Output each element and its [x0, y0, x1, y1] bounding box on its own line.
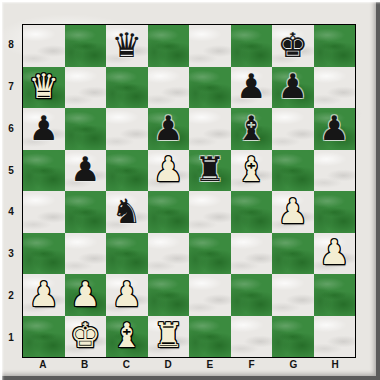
square-f3[interactable] [231, 233, 273, 275]
rank-label-1: 1 [0, 316, 22, 358]
rank-labels: 87654321 [0, 24, 22, 358]
white-rook-d1: ♜ [153, 318, 183, 352]
square-b1[interactable]: ♚ [65, 316, 107, 358]
white-pawn-g4: ♟ [278, 194, 308, 228]
rank-label-8: 8 [0, 24, 22, 66]
square-b5[interactable]: ♟ [65, 150, 107, 192]
square-e7[interactable] [189, 67, 231, 109]
square-h3[interactable]: ♟ [314, 233, 356, 275]
square-g1[interactable] [272, 316, 314, 358]
square-f7[interactable]: ♟ [231, 67, 273, 109]
square-g6[interactable] [272, 108, 314, 150]
black-knight-c4: ♞ [112, 194, 142, 228]
square-g5[interactable] [272, 150, 314, 192]
rank-label-3: 3 [0, 233, 22, 275]
square-h6[interactable]: ♟ [314, 108, 356, 150]
rank-label-4: 4 [0, 191, 22, 233]
chessboard: ♛♚♛♟♟♟♟♝♟♟♟♜♝♞♟♟♟♟♟♚♝♜ [22, 24, 356, 358]
square-e5[interactable]: ♜ [189, 150, 231, 192]
file-label-a: A [22, 357, 64, 372]
square-b2[interactable]: ♟ [65, 274, 107, 316]
black-pawn-g7: ♟ [278, 69, 308, 103]
white-pawn-d5: ♟ [153, 152, 183, 186]
square-a6[interactable]: ♟ [23, 108, 65, 150]
square-c1[interactable]: ♝ [106, 316, 148, 358]
square-h7[interactable] [314, 67, 356, 109]
white-bishop-c1: ♝ [112, 318, 142, 352]
square-e8[interactable] [189, 25, 231, 67]
square-h8[interactable] [314, 25, 356, 67]
square-b3[interactable] [65, 233, 107, 275]
square-b4[interactable] [65, 191, 107, 233]
square-g8[interactable]: ♚ [272, 25, 314, 67]
white-pawn-a2: ♟ [29, 277, 59, 311]
square-a2[interactable]: ♟ [23, 274, 65, 316]
white-pawn-h3: ♟ [319, 235, 349, 269]
square-e2[interactable] [189, 274, 231, 316]
square-h1[interactable] [314, 316, 356, 358]
square-f5[interactable]: ♝ [231, 150, 273, 192]
square-d5[interactable]: ♟ [148, 150, 190, 192]
square-e6[interactable] [189, 108, 231, 150]
square-f6[interactable]: ♝ [231, 108, 273, 150]
black-bishop-f6: ♝ [236, 111, 266, 145]
file-labels: ABCDEFGH [22, 357, 356, 372]
file-label-b: B [64, 357, 106, 372]
file-label-f: F [231, 357, 273, 372]
file-label-e: E [189, 357, 231, 372]
square-d6[interactable]: ♟ [148, 108, 190, 150]
square-a4[interactable] [23, 191, 65, 233]
file-label-c: C [106, 357, 148, 372]
square-c8[interactable]: ♛ [106, 25, 148, 67]
square-d8[interactable] [148, 25, 190, 67]
square-f4[interactable] [231, 191, 273, 233]
square-a5[interactable] [23, 150, 65, 192]
square-c3[interactable] [106, 233, 148, 275]
square-c5[interactable] [106, 150, 148, 192]
file-label-d: D [147, 357, 189, 372]
square-a1[interactable] [23, 316, 65, 358]
white-king-b1: ♚ [70, 318, 100, 352]
square-a3[interactable] [23, 233, 65, 275]
square-g7[interactable]: ♟ [272, 67, 314, 109]
black-pawn-a6: ♟ [29, 111, 59, 145]
chessboard-frame: 87654321 ABCDEFGH ♛♚♛♟♟♟♟♝♟♟♟♜♝♞♟♟♟♟♟♚♝♜ [0, 0, 380, 380]
square-c7[interactable] [106, 67, 148, 109]
black-king-g8: ♚ [278, 28, 308, 62]
white-pawn-c2: ♟ [112, 277, 142, 311]
square-b7[interactable] [65, 67, 107, 109]
file-label-h: H [314, 357, 356, 372]
black-queen-c8: ♛ [112, 28, 142, 62]
square-g4[interactable]: ♟ [272, 191, 314, 233]
square-a8[interactable] [23, 25, 65, 67]
square-a7[interactable]: ♛ [23, 67, 65, 109]
rank-label-2: 2 [0, 275, 22, 317]
square-g3[interactable] [272, 233, 314, 275]
square-d7[interactable] [148, 67, 190, 109]
square-d2[interactable] [148, 274, 190, 316]
black-pawn-b5: ♟ [70, 152, 100, 186]
white-bishop-f5: ♝ [236, 152, 266, 186]
square-d4[interactable] [148, 191, 190, 233]
square-f2[interactable] [231, 274, 273, 316]
square-e4[interactable] [189, 191, 231, 233]
square-h5[interactable] [314, 150, 356, 192]
rank-label-6: 6 [0, 108, 22, 150]
black-pawn-f7: ♟ [236, 69, 266, 103]
square-e1[interactable] [189, 316, 231, 358]
rank-label-5: 5 [0, 149, 22, 191]
square-e3[interactable] [189, 233, 231, 275]
square-h4[interactable] [314, 191, 356, 233]
black-pawn-h6: ♟ [319, 111, 349, 145]
white-queen-a7: ♛ [29, 69, 59, 103]
white-pawn-b2: ♟ [70, 277, 100, 311]
square-f8[interactable] [231, 25, 273, 67]
square-h2[interactable] [314, 274, 356, 316]
square-g2[interactable] [272, 274, 314, 316]
square-f1[interactable] [231, 316, 273, 358]
rank-label-7: 7 [0, 66, 22, 108]
square-c2[interactable]: ♟ [106, 274, 148, 316]
square-d1[interactable]: ♜ [148, 316, 190, 358]
square-b8[interactable] [65, 25, 107, 67]
black-rook-e5: ♜ [195, 152, 225, 186]
square-b6[interactable] [65, 108, 107, 150]
file-label-g: G [273, 357, 315, 372]
square-c4[interactable]: ♞ [106, 191, 148, 233]
square-d3[interactable] [148, 233, 190, 275]
black-pawn-d6: ♟ [153, 111, 183, 145]
square-c6[interactable] [106, 108, 148, 150]
